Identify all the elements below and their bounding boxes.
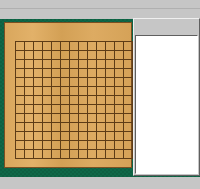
tab-strip [135, 20, 198, 29]
board-grid [15, 41, 133, 159]
menu-bar [0, 0, 200, 9]
go-board[interactable] [4, 22, 132, 168]
status-bar [0, 177, 200, 189]
side-panel [133, 18, 200, 176]
go-app-window [0, 0, 200, 189]
comment-box [135, 35, 198, 174]
